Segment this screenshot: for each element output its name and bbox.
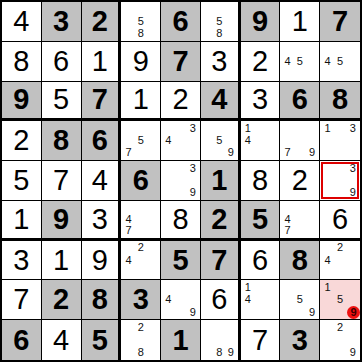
empty-candidate-slot xyxy=(122,266,134,278)
empty-candidate-slot xyxy=(225,15,237,27)
given-digit: 5 xyxy=(252,205,268,234)
empty-candidate-slot xyxy=(346,135,359,147)
empty-candidate-slot xyxy=(174,135,186,147)
empty-candidate-slot xyxy=(306,294,318,306)
empty-candidate-slot xyxy=(135,225,147,237)
cell-r5c3[interactable]: 4 xyxy=(82,161,122,201)
solved-digit: 1 xyxy=(292,7,308,36)
solved-digit: 1 xyxy=(13,205,29,234)
candidate-4: 4 xyxy=(162,294,174,306)
candidate-9: 9 xyxy=(306,147,318,159)
candidate-5: 5 xyxy=(334,55,347,67)
empty-candidate-slot xyxy=(162,122,174,134)
solved-digit: 4 xyxy=(13,7,29,36)
empty-candidate-slot xyxy=(294,306,306,318)
solved-digit: 2 xyxy=(13,126,29,155)
empty-candidate-slot xyxy=(202,135,214,147)
empty-candidate-slot xyxy=(321,162,334,174)
empty-candidate-slot xyxy=(346,147,359,159)
given-digit: 8 xyxy=(292,246,308,275)
candidate-9: 9 xyxy=(347,306,360,319)
candidate-5: 5 xyxy=(135,15,147,27)
empty-candidate-slot xyxy=(225,3,237,15)
given-digit: 2 xyxy=(53,285,69,314)
empty-candidate-slot xyxy=(321,294,334,306)
empty-candidate-slot xyxy=(225,122,237,134)
candidate-2: 2 xyxy=(334,321,347,334)
given-digit: 8 xyxy=(53,126,69,155)
empty-candidate-slot xyxy=(122,334,134,347)
cell-r9c5[interactable]: 1 xyxy=(161,320,201,360)
cell-r1c4[interactable]: 58 xyxy=(121,2,161,42)
empty-candidate-slot xyxy=(213,321,225,334)
cell-r6c5[interactable]: 8 xyxy=(161,201,201,241)
cell-r2c4[interactable]: 9 xyxy=(121,42,161,82)
given-digit: 3 xyxy=(53,7,69,36)
candidate-9: 9 xyxy=(187,187,199,199)
candidate-4: 4 xyxy=(281,55,293,67)
empty-candidate-slot xyxy=(346,174,359,186)
empty-candidate-slot xyxy=(162,187,174,199)
cell-r6c7[interactable]: 5 xyxy=(241,201,281,241)
empty-candidate-slot xyxy=(346,254,359,266)
candidate-2: 2 xyxy=(135,242,147,254)
given-digit: 7 xyxy=(172,47,188,76)
cell-r7c9[interactable]: 24 xyxy=(320,241,360,281)
empty-candidate-slot xyxy=(321,321,334,334)
empty-candidate-slot xyxy=(147,254,159,266)
empty-candidate-slot xyxy=(174,294,186,306)
empty-candidate-slot xyxy=(306,225,318,237)
empty-candidate-slot xyxy=(147,122,159,134)
empty-candidate-slot xyxy=(162,306,174,318)
empty-candidate-slot xyxy=(334,135,347,147)
solved-digit: 7 xyxy=(53,166,69,195)
empty-candidate-slot xyxy=(321,67,334,79)
empty-candidate-slot xyxy=(213,3,225,15)
cell-r2c6[interactable]: 3 xyxy=(201,42,241,82)
empty-candidate-slot xyxy=(334,187,347,199)
cell-r2c3[interactable]: 1 xyxy=(82,42,122,82)
empty-candidate-slot xyxy=(254,306,266,318)
empty-candidate-slot xyxy=(187,281,199,293)
empty-candidate-slot xyxy=(162,281,174,293)
candidate-3: 3 xyxy=(187,122,199,134)
cell-r5c1[interactable]: 5 xyxy=(2,161,42,201)
empty-candidate-slot xyxy=(281,67,293,79)
empty-candidate-slot xyxy=(187,294,199,306)
empty-candidate-slot xyxy=(294,135,306,147)
empty-candidate-slot xyxy=(213,122,225,134)
cell-r1c7[interactable]: 9 xyxy=(241,2,281,42)
empty-candidate-slot xyxy=(294,202,306,214)
candidates-grid: 59 xyxy=(202,122,237,159)
empty-candidate-slot xyxy=(321,135,334,147)
empty-candidate-slot xyxy=(321,266,334,278)
empty-candidate-slot xyxy=(346,294,359,306)
cell-r4c5[interactable]: 34 xyxy=(161,121,201,161)
empty-candidate-slot xyxy=(147,28,159,40)
cell-r1c2[interactable]: 3 xyxy=(42,2,82,42)
empty-candidate-slot xyxy=(334,281,347,293)
empty-candidate-slot xyxy=(187,147,199,159)
cell-r3c8[interactable]: 6 xyxy=(280,82,320,122)
empty-candidate-slot xyxy=(135,213,147,225)
candidate-4: 4 xyxy=(281,213,293,225)
given-digit: 8 xyxy=(92,285,108,314)
empty-candidate-slot xyxy=(254,135,266,147)
candidate-7: 7 xyxy=(281,225,293,237)
cell-r5c4[interactable]: 6 xyxy=(121,161,161,201)
candidate-5: 5 xyxy=(213,135,225,147)
empty-candidate-slot xyxy=(346,43,359,55)
solved-digit: 6 xyxy=(211,285,227,314)
candidate-1: 1 xyxy=(242,281,254,293)
empty-candidate-slot xyxy=(306,55,318,67)
empty-candidate-slot xyxy=(254,147,266,159)
empty-candidate-slot xyxy=(135,122,147,134)
candidate-3: 3 xyxy=(346,122,359,134)
empty-candidate-slot xyxy=(202,334,214,347)
candidate-2: 2 xyxy=(334,242,347,254)
empty-candidate-slot xyxy=(242,306,254,318)
empty-candidate-slot xyxy=(122,321,134,334)
empty-candidate-slot xyxy=(281,202,293,214)
candidate-4: 4 xyxy=(321,55,334,67)
given-digit: 6 xyxy=(13,326,29,355)
given-digit: 9 xyxy=(53,205,69,234)
cell-r1c3[interactable]: 2 xyxy=(82,2,122,42)
empty-candidate-slot xyxy=(242,147,254,159)
cell-r4c7[interactable]: 14 xyxy=(241,121,281,161)
empty-candidate-slot xyxy=(202,321,214,334)
candidates-grid: 28 xyxy=(122,321,159,359)
cell-r1c6[interactable]: 58 xyxy=(201,2,241,42)
given-digit: 6 xyxy=(292,85,308,114)
cell-r2c1[interactable]: 8 xyxy=(2,42,42,82)
empty-candidate-slot xyxy=(147,334,159,347)
empty-candidate-slot xyxy=(306,135,318,147)
candidate-8: 8 xyxy=(135,346,147,359)
empty-candidate-slot xyxy=(266,294,278,306)
empty-candidate-slot xyxy=(254,122,266,134)
cell-r6c3[interactable]: 3 xyxy=(82,201,122,241)
empty-candidate-slot xyxy=(306,213,318,225)
cell-r9c9[interactable]: 29 xyxy=(320,320,360,360)
empty-candidate-slot xyxy=(334,334,347,347)
given-digit: 8 xyxy=(332,85,348,114)
candidates-grid: 47 xyxy=(281,202,318,237)
candidate-4: 4 xyxy=(242,294,254,306)
cell-r3c7[interactable]: 3 xyxy=(241,82,281,122)
given-digit: 4 xyxy=(211,85,227,114)
cell-r9c8[interactable]: 3 xyxy=(280,320,320,360)
empty-candidate-slot xyxy=(266,147,278,159)
empty-candidate-slot xyxy=(321,43,334,55)
empty-candidate-slot xyxy=(187,135,199,147)
solved-digit: 8 xyxy=(13,47,29,76)
empty-candidate-slot xyxy=(294,122,306,134)
empty-candidate-slot xyxy=(334,43,347,55)
empty-candidate-slot xyxy=(281,43,293,55)
empty-candidate-slot xyxy=(346,67,359,79)
empty-candidate-slot xyxy=(321,346,334,359)
empty-candidate-slot xyxy=(122,242,134,254)
empty-candidate-slot xyxy=(162,174,174,186)
empty-candidate-slot xyxy=(346,242,359,254)
candidates-grid: 59 xyxy=(281,281,318,318)
empty-candidate-slot xyxy=(334,174,347,186)
empty-candidate-slot xyxy=(202,346,214,359)
empty-candidate-slot xyxy=(254,281,266,293)
cell-r6c6[interactable]: 2 xyxy=(201,201,241,241)
candidate-4: 4 xyxy=(321,254,334,266)
cell-r8c6[interactable]: 6 xyxy=(201,280,241,320)
cell-r5c2[interactable]: 7 xyxy=(42,161,82,201)
empty-candidate-slot xyxy=(281,294,293,306)
empty-candidate-slot xyxy=(294,67,306,79)
empty-candidate-slot xyxy=(346,281,359,293)
empty-candidate-slot xyxy=(135,266,147,278)
cell-r8c8[interactable]: 59 xyxy=(280,280,320,320)
empty-candidate-slot xyxy=(346,334,359,347)
cell-r7c3[interactable]: 9 xyxy=(82,241,122,281)
candidate-9: 9 xyxy=(346,346,359,359)
cell-r3c5[interactable]: 2 xyxy=(161,82,201,122)
cell-r5c8[interactable]: 2 xyxy=(280,161,320,201)
empty-candidate-slot xyxy=(334,147,347,159)
cell-r8c5[interactable]: 49 xyxy=(161,280,201,320)
empty-candidate-slot xyxy=(346,55,359,67)
solved-digit: 6 xyxy=(252,246,268,275)
solved-digit: 6 xyxy=(332,205,348,234)
given-digit: 5 xyxy=(92,326,108,355)
empty-candidate-slot xyxy=(225,135,237,147)
empty-candidate-slot xyxy=(334,254,347,266)
empty-candidate-slot xyxy=(334,266,347,278)
empty-candidate-slot xyxy=(294,147,306,159)
empty-candidate-slot xyxy=(294,225,306,237)
cell-r5c9[interactable]: 39 xyxy=(320,161,360,201)
solved-digit: 4 xyxy=(53,326,69,355)
cell-r3c4[interactable]: 1 xyxy=(121,82,161,122)
cell-r9c6[interactable]: 89 xyxy=(201,320,241,360)
cell-r1c1[interactable]: 4 xyxy=(2,2,42,42)
solved-digit: 9 xyxy=(133,47,149,76)
given-digit: 1 xyxy=(172,326,188,355)
cell-r6c8[interactable]: 47 xyxy=(280,201,320,241)
cell-r9c4[interactable]: 28 xyxy=(121,320,161,360)
empty-candidate-slot xyxy=(147,225,159,237)
cell-r7c8[interactable]: 8 xyxy=(280,241,320,281)
cell-r3c6[interactable]: 4 xyxy=(201,82,241,122)
given-digit: 7 xyxy=(332,7,348,36)
cell-r4c2[interactable]: 8 xyxy=(42,121,82,161)
given-digit: 3 xyxy=(292,326,308,355)
empty-candidate-slot xyxy=(174,122,186,134)
cell-r2c8[interactable]: 45 xyxy=(280,42,320,82)
cell-r4c9[interactable]: 13 xyxy=(320,121,360,161)
empty-candidate-slot xyxy=(174,306,186,318)
given-digit: 2 xyxy=(211,205,227,234)
candidate-4: 4 xyxy=(242,135,254,147)
empty-candidate-slot xyxy=(147,202,159,214)
cell-r6c1[interactable]: 1 xyxy=(2,201,42,241)
empty-candidate-slot xyxy=(147,321,159,334)
solved-digit: 5 xyxy=(13,166,29,195)
cell-r8c1[interactable]: 7 xyxy=(2,280,42,320)
cell-r2c5[interactable]: 7 xyxy=(161,42,201,82)
candidates-grid: 79 xyxy=(281,122,318,159)
cell-r3c9[interactable]: 8 xyxy=(320,82,360,122)
cell-r7c4[interactable]: 24 xyxy=(121,241,161,281)
candidate-2: 2 xyxy=(135,321,147,334)
candidate-7: 7 xyxy=(122,225,134,237)
given-digit: 2 xyxy=(92,7,108,36)
cell-r5c5[interactable]: 39 xyxy=(161,161,201,201)
candidates-grid: 14 xyxy=(242,122,279,159)
empty-candidate-slot xyxy=(213,147,225,159)
candidate-5: 5 xyxy=(294,294,306,306)
empty-candidate-slot xyxy=(147,242,159,254)
candidates-grid: 14 xyxy=(242,281,279,318)
solved-digit: 1 xyxy=(53,246,69,275)
candidates-grid: 24 xyxy=(321,242,359,279)
empty-candidate-slot xyxy=(213,334,225,347)
cell-r7c6[interactable]: 7 xyxy=(201,241,241,281)
solved-digit: 9 xyxy=(92,246,108,275)
solved-digit: 1 xyxy=(133,85,149,114)
candidate-5: 5 xyxy=(135,135,147,147)
cell-r4c4[interactable]: 57 xyxy=(121,121,161,161)
solved-digit: 3 xyxy=(13,246,29,275)
candidates-grid: 24 xyxy=(122,242,159,279)
empty-candidate-slot xyxy=(135,334,147,347)
cell-r7c7[interactable]: 6 xyxy=(241,241,281,281)
sudoku-board: 4325865891786197324545957124368286573459… xyxy=(0,0,362,362)
empty-candidate-slot xyxy=(122,346,134,359)
cell-r2c2[interactable]: 6 xyxy=(42,42,82,82)
cell-r8c7[interactable]: 14 xyxy=(241,280,281,320)
cell-r3c3[interactable]: 7 xyxy=(82,82,122,122)
candidate-1: 1 xyxy=(321,122,334,134)
candidate-5: 5 xyxy=(334,294,347,306)
cell-r5c6[interactable]: 1 xyxy=(201,161,241,201)
empty-candidate-slot xyxy=(281,135,293,147)
empty-candidate-slot xyxy=(122,202,134,214)
empty-candidate-slot xyxy=(174,162,186,174)
empty-candidate-slot xyxy=(187,174,199,186)
cell-r9c7[interactable]: 7 xyxy=(241,320,281,360)
empty-candidate-slot xyxy=(202,147,214,159)
candidates-grid: 58 xyxy=(202,3,237,40)
cell-r4c3[interactable]: 6 xyxy=(82,121,122,161)
empty-candidate-slot xyxy=(122,3,134,15)
cell-r4c1[interactable]: 2 xyxy=(2,121,42,161)
empty-candidate-slot xyxy=(174,281,186,293)
cell-r5c7[interactable]: 8 xyxy=(241,161,281,201)
cell-r6c4[interactable]: 47 xyxy=(121,201,161,241)
empty-candidate-slot xyxy=(334,122,347,134)
given-digit: 3 xyxy=(133,285,149,314)
cell-r7c2[interactable]: 1 xyxy=(42,241,82,281)
cell-r1c5[interactable]: 6 xyxy=(161,2,201,42)
cell-r9c3[interactable]: 5 xyxy=(82,320,122,360)
empty-candidate-slot xyxy=(147,3,159,15)
cell-r2c7[interactable]: 2 xyxy=(241,42,281,82)
candidate-8: 8 xyxy=(213,28,225,40)
empty-candidate-slot xyxy=(202,122,214,134)
empty-candidate-slot xyxy=(147,147,159,159)
solved-digit: 7 xyxy=(252,326,268,355)
candidate-4: 4 xyxy=(162,135,174,147)
candidate-1: 1 xyxy=(321,281,334,293)
given-digit: 6 xyxy=(172,7,188,36)
given-digit: 5 xyxy=(172,246,188,275)
empty-candidate-slot xyxy=(306,67,318,79)
cell-r8c9[interactable]: 159 xyxy=(320,280,360,320)
cell-r1c8[interactable]: 1 xyxy=(280,2,320,42)
given-digit: 6 xyxy=(133,166,149,195)
empty-candidate-slot xyxy=(162,162,174,174)
empty-candidate-slot xyxy=(294,213,306,225)
empty-candidate-slot xyxy=(147,346,159,359)
cell-r8c4[interactable]: 3 xyxy=(121,280,161,320)
candidates-grid: 39 xyxy=(162,162,199,199)
candidates-grid: 47 xyxy=(122,202,159,237)
given-digit: 7 xyxy=(92,85,108,114)
empty-candidate-slot xyxy=(225,334,237,347)
empty-candidate-slot xyxy=(162,147,174,159)
empty-candidate-slot xyxy=(135,147,147,159)
cell-r4c8[interactable]: 79 xyxy=(280,121,320,161)
candidates-grid: 39 xyxy=(321,162,359,199)
candidates-grid: 58 xyxy=(122,3,159,40)
empty-candidate-slot xyxy=(266,306,278,318)
empty-candidate-slot xyxy=(135,202,147,214)
candidate-5: 5 xyxy=(213,15,225,27)
empty-candidate-slot xyxy=(306,202,318,214)
cell-r3c2[interactable]: 5 xyxy=(42,82,82,122)
cell-r9c1[interactable]: 6 xyxy=(2,320,42,360)
empty-candidate-slot xyxy=(147,266,159,278)
empty-candidate-slot xyxy=(281,306,293,318)
cell-r2c9[interactable]: 45 xyxy=(320,42,360,82)
solved-digit: 7 xyxy=(13,285,29,314)
solved-digit: 8 xyxy=(172,205,188,234)
cell-r4c6[interactable]: 59 xyxy=(201,121,241,161)
given-digit: 6 xyxy=(92,126,108,155)
candidates-grid: 57 xyxy=(122,122,159,159)
cell-r6c9[interactable]: 6 xyxy=(320,201,360,241)
empty-candidate-slot xyxy=(334,306,347,318)
empty-candidate-slot xyxy=(294,281,306,293)
empty-candidate-slot xyxy=(266,135,278,147)
cell-r8c2[interactable]: 2 xyxy=(42,280,82,320)
candidate-7: 7 xyxy=(122,147,134,159)
cell-r1c9[interactable]: 7 xyxy=(320,2,360,42)
cell-r7c5[interactable]: 5 xyxy=(161,241,201,281)
empty-candidate-slot xyxy=(202,3,214,15)
empty-candidate-slot xyxy=(225,28,237,40)
candidates-grid: 13 xyxy=(321,122,359,159)
cell-r9c2[interactable]: 4 xyxy=(42,320,82,360)
empty-candidate-slot xyxy=(321,174,334,186)
cell-r8c3[interactable]: 8 xyxy=(82,280,122,320)
cell-r7c1[interactable]: 3 xyxy=(2,241,42,281)
cell-r3c1[interactable]: 9 xyxy=(2,82,42,122)
cell-r6c2[interactable]: 9 xyxy=(42,201,82,241)
